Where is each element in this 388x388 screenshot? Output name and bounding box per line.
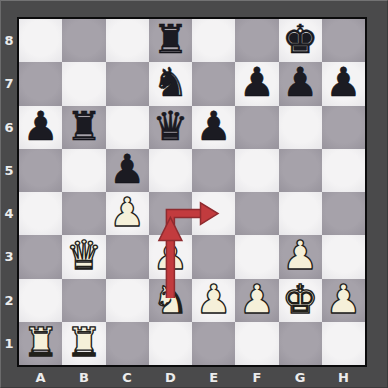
square-f4[interactable] [235,192,278,235]
piece-black-rook[interactable]: ♜ [152,19,188,61]
piece-white-queen[interactable]: ♛ [66,235,102,277]
square-g8[interactable]: ♚ [279,19,322,62]
rank-label-4: 4 [1,192,17,235]
square-h7[interactable]: ♟ [322,62,365,105]
square-h1[interactable] [322,322,365,365]
square-a5[interactable] [19,149,62,192]
piece-white-king[interactable]: ♚ [282,279,318,321]
square-d4[interactable] [149,192,192,235]
square-a8[interactable] [19,19,62,62]
square-b4[interactable] [62,192,105,235]
rank-label-5: 5 [1,149,17,192]
square-d6[interactable]: ♛ [149,106,192,149]
square-f3[interactable] [235,235,278,278]
square-b8[interactable] [62,19,105,62]
square-g2[interactable]: ♚ [279,279,322,322]
square-a2[interactable] [19,279,62,322]
square-d3[interactable]: ♟ [149,235,192,278]
square-g7[interactable]: ♟ [279,62,322,105]
square-e3[interactable] [192,235,235,278]
rank-labels: 87654321 [1,19,17,365]
square-f6[interactable] [235,106,278,149]
square-e5[interactable] [192,149,235,192]
square-h4[interactable] [322,192,365,235]
file-label-e: E [192,367,235,388]
square-c6[interactable] [106,106,149,149]
square-e2[interactable]: ♟ [192,279,235,322]
square-f2[interactable]: ♟ [235,279,278,322]
square-b3[interactable]: ♛ [62,235,105,278]
chess-diagram: 87654321 ♜♚♞♟♟♟♟♜♛♟♟♟♛♟♟♞♟♟♚♟♜♜ ABCDEFGH [0,0,388,388]
square-c3[interactable] [106,235,149,278]
square-g4[interactable] [279,192,322,235]
piece-black-pawn[interactable]: ♟ [196,106,232,148]
file-label-h: H [322,367,365,388]
rank-label-8: 8 [1,19,17,62]
square-b5[interactable] [62,149,105,192]
square-g5[interactable] [279,149,322,192]
rank-label-3: 3 [1,235,17,278]
square-g6[interactable] [279,106,322,149]
file-label-b: B [62,367,105,388]
piece-white-pawn[interactable]: ♟ [196,279,232,321]
square-h3[interactable] [322,235,365,278]
piece-white-rook[interactable]: ♜ [23,322,59,364]
square-f8[interactable] [235,19,278,62]
square-e6[interactable]: ♟ [192,106,235,149]
square-b2[interactable] [62,279,105,322]
square-h5[interactable] [322,149,365,192]
file-label-d: D [149,367,192,388]
square-a4[interactable] [19,192,62,235]
square-e7[interactable] [192,62,235,105]
piece-white-pawn[interactable]: ♟ [152,235,188,277]
piece-black-king[interactable]: ♚ [282,19,318,61]
square-d8[interactable]: ♜ [149,19,192,62]
square-d5[interactable] [149,149,192,192]
square-f5[interactable] [235,149,278,192]
square-b7[interactable] [62,62,105,105]
rank-label-2: 2 [1,279,17,322]
rank-label-1: 1 [1,322,17,365]
square-h6[interactable] [322,106,365,149]
square-c4[interactable]: ♟ [106,192,149,235]
piece-white-pawn[interactable]: ♟ [239,279,275,321]
file-label-c: C [106,367,149,388]
square-a1[interactable]: ♜ [19,322,62,365]
square-b6[interactable]: ♜ [62,106,105,149]
square-f1[interactable] [235,322,278,365]
square-e1[interactable] [192,322,235,365]
piece-white-pawn[interactable]: ♟ [325,279,361,321]
square-c2[interactable] [106,279,149,322]
square-d1[interactable] [149,322,192,365]
chess-board[interactable]: ♜♚♞♟♟♟♟♜♛♟♟♟♛♟♟♞♟♟♚♟♜♜ [19,19,365,365]
square-c8[interactable] [106,19,149,62]
piece-white-rook[interactable]: ♜ [66,322,102,364]
piece-black-queen[interactable]: ♛ [152,106,188,148]
piece-white-pawn[interactable]: ♟ [282,235,318,277]
square-c1[interactable] [106,322,149,365]
square-e8[interactable] [192,19,235,62]
square-e4[interactable] [192,192,235,235]
square-d2[interactable]: ♞ [149,279,192,322]
rank-label-6: 6 [1,106,17,149]
file-label-a: A [19,367,62,388]
piece-black-rook[interactable]: ♜ [66,106,102,148]
piece-black-pawn[interactable]: ♟ [109,149,145,191]
square-b1[interactable]: ♜ [62,322,105,365]
square-h2[interactable]: ♟ [322,279,365,322]
piece-black-pawn[interactable]: ♟ [23,106,59,148]
file-label-f: F [235,367,278,388]
file-labels: ABCDEFGH [19,367,365,388]
file-label-g: G [279,367,322,388]
piece-black-pawn[interactable]: ♟ [282,62,318,104]
piece-black-knight[interactable]: ♞ [152,62,188,104]
piece-black-pawn[interactable]: ♟ [325,62,361,104]
square-g3[interactable]: ♟ [279,235,322,278]
square-f7[interactable]: ♟ [235,62,278,105]
square-a7[interactable] [19,62,62,105]
square-h8[interactable] [322,19,365,62]
square-d7[interactable]: ♞ [149,62,192,105]
rank-label-7: 7 [1,62,17,105]
square-c7[interactable] [106,62,149,105]
square-a3[interactable] [19,235,62,278]
board-frame: ♜♚♞♟♟♟♟♜♛♟♟♟♛♟♟♞♟♟♚♟♜♜ [17,17,367,367]
piece-black-pawn[interactable]: ♟ [239,62,275,104]
square-c5[interactable]: ♟ [106,149,149,192]
piece-white-knight[interactable]: ♞ [152,279,188,321]
square-a6[interactable]: ♟ [19,106,62,149]
square-g1[interactable] [279,322,322,365]
piece-white-pawn[interactable]: ♟ [109,192,145,234]
